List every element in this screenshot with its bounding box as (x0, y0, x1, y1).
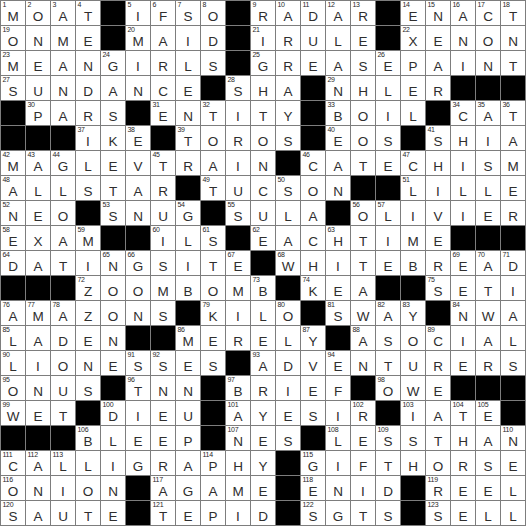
cell-r15c4[interactable]: N (76, 351, 100, 375)
cell-r21c4[interactable]: T (76, 501, 100, 525)
cell-r2c6[interactable]: 20M (126, 26, 150, 50)
cell-r21c16[interactable]: S (376, 501, 400, 525)
cell-r9c5[interactable]: 53S (101, 201, 125, 225)
cell-r4c11[interactable]: H (251, 76, 275, 100)
cell-r18c11[interactable]: E (251, 426, 275, 450)
cell-r9c7[interactable]: U (151, 201, 175, 225)
cell-r17c6[interactable]: I (126, 401, 150, 425)
cell-r3c7[interactable]: R (151, 51, 175, 75)
cell-r11c18[interactable]: R (426, 251, 450, 275)
cell-r7c13[interactable]: 46C (301, 151, 325, 175)
cell-r3c19[interactable]: I (451, 51, 475, 75)
cell-r2c13[interactable]: U (301, 26, 325, 50)
cell-r8c18[interactable]: I (426, 176, 450, 200)
cell-r18c5[interactable]: L (101, 426, 125, 450)
cell-r6c15[interactable]: O (351, 126, 375, 150)
cell-r18c16[interactable]: 109S (376, 426, 400, 450)
cell-r10c1[interactable]: 58E (1, 226, 25, 250)
cell-r11c5[interactable]: 65N (101, 251, 125, 275)
cell-r3c4[interactable]: N (76, 51, 100, 75)
cell-r20c19[interactable]: E (451, 476, 475, 500)
cell-r5c7[interactable]: 31E (151, 101, 175, 125)
cell-r15c3[interactable]: O (51, 351, 75, 375)
cell-r11c13[interactable]: H (301, 251, 325, 275)
cell-r20c21[interactable]: L (501, 476, 525, 500)
cell-r21c20[interactable]: L (476, 501, 500, 525)
cell-r8c21[interactable]: E (501, 176, 525, 200)
cell-r19c11[interactable]: Y (251, 451, 275, 475)
cell-r17c18[interactable]: A (426, 401, 450, 425)
cell-r15c21[interactable]: S (501, 351, 525, 375)
cell-r17c5[interactable]: 100D (101, 401, 125, 425)
cell-r17c1[interactable]: 99W (1, 401, 25, 425)
cell-r20c8[interactable]: G (176, 476, 200, 500)
cell-r19c15[interactable]: F (351, 451, 375, 475)
cell-r14c8[interactable]: 86M (176, 326, 200, 350)
cell-r13c7[interactable]: S (151, 301, 175, 325)
cell-r11c21[interactable]: 71D (501, 251, 525, 275)
cell-r9c6[interactable]: N (126, 201, 150, 225)
cell-r14c4[interactable]: E (76, 326, 100, 350)
cell-r7c11[interactable]: N (251, 151, 275, 175)
cell-r19c20[interactable]: S (476, 451, 500, 475)
cell-r7c9[interactable]: A (201, 151, 225, 175)
cell-r8c4[interactable]: S (76, 176, 100, 200)
cell-r17c10[interactable]: 101A (226, 401, 250, 425)
cell-r9c15[interactable]: 56O (351, 201, 375, 225)
cell-r13c21[interactable]: A (501, 301, 525, 325)
cell-r19c6[interactable]: G (126, 451, 150, 475)
cell-r4c18[interactable]: R (426, 76, 450, 100)
cell-r5c3[interactable]: A (51, 101, 75, 125)
cell-r11c3[interactable]: T (51, 251, 75, 275)
cell-r15c11[interactable]: 93A (251, 351, 275, 375)
cell-r11c1[interactable]: 64D (1, 251, 25, 275)
cell-r7c14[interactable]: A (326, 151, 350, 175)
cell-r21c3[interactable]: U (51, 501, 75, 525)
cell-r16c11[interactable]: R (251, 376, 275, 400)
cell-r6c11[interactable]: O (251, 126, 275, 150)
cell-r7c5[interactable]: E (101, 151, 125, 175)
cell-r9c19[interactable]: I (451, 201, 475, 225)
cell-r14c11[interactable]: E (251, 326, 275, 350)
cell-r10c16[interactable]: I (376, 226, 400, 250)
cell-r11c9[interactable]: T (201, 251, 225, 275)
cell-r7c6[interactable]: V (126, 151, 150, 175)
cell-r18c10[interactable]: 107N (226, 426, 250, 450)
cell-r13c20[interactable]: W (476, 301, 500, 325)
cell-r11c20[interactable]: 70A (476, 251, 500, 275)
cell-r3c18[interactable]: A (426, 51, 450, 75)
cell-r15c7[interactable]: 92S (151, 351, 175, 375)
cell-r15c6[interactable]: 91S (126, 351, 150, 375)
cell-r3c20[interactable]: N (476, 51, 500, 75)
cell-r21c21[interactable]: L (501, 501, 525, 525)
cell-r16c3[interactable]: U (51, 376, 75, 400)
cell-r6c18[interactable]: 41S (426, 126, 450, 150)
cell-r1c19[interactable]: 16A (451, 1, 475, 25)
cell-r15c17[interactable]: U (401, 351, 425, 375)
cell-r15c2[interactable]: I (26, 351, 50, 375)
cell-r10c14[interactable]: 63H (326, 226, 350, 250)
cell-r1c8[interactable]: 7S (176, 1, 200, 25)
cell-r11c2[interactable]: A (26, 251, 50, 275)
cell-r3c11[interactable]: 25G (251, 51, 275, 75)
cell-r5c10[interactable]: I (226, 101, 250, 125)
cell-r4c8[interactable]: E (176, 76, 200, 100)
cell-r19c16[interactable]: T (376, 451, 400, 475)
cell-r19c3[interactable]: 113L (51, 451, 75, 475)
cell-r17c7[interactable]: E (151, 401, 175, 425)
cell-r16c4[interactable]: S (76, 376, 100, 400)
cell-r21c9[interactable]: P (201, 501, 225, 525)
cell-r5c5[interactable]: S (101, 101, 125, 125)
cell-r17c12[interactable]: E (276, 401, 300, 425)
cell-r21c1[interactable]: 120S (1, 501, 25, 525)
cell-r9c3[interactable]: O (51, 201, 75, 225)
cell-r1c20[interactable]: 17C (476, 1, 500, 25)
cell-r4c16[interactable]: L (376, 76, 400, 100)
cell-r20c20[interactable]: E (476, 476, 500, 500)
cell-r17c15[interactable]: 102R (351, 401, 375, 425)
cell-r18c6[interactable]: E (126, 426, 150, 450)
cell-r16c7[interactable]: N (151, 376, 175, 400)
cell-r3c5[interactable]: 24G (101, 51, 125, 75)
cell-r1c15[interactable]: 13R (351, 1, 375, 25)
cell-r17c3[interactable]: T (51, 401, 75, 425)
cell-r14c5[interactable]: N (101, 326, 125, 350)
cell-r4c7[interactable]: C (151, 76, 175, 100)
cell-r5c21[interactable]: 36T (501, 101, 525, 125)
cell-r14c21[interactable]: L (501, 326, 525, 350)
cell-r14c15[interactable]: 88A (351, 326, 375, 350)
cell-r8c11[interactable]: C (251, 176, 275, 200)
cell-r8c14[interactable]: N (326, 176, 350, 200)
cell-r12c9[interactable]: O (201, 276, 225, 300)
cell-r12c13[interactable]: 74K (301, 276, 325, 300)
cell-r20c4[interactable]: O (76, 476, 100, 500)
cell-r11c8[interactable]: I (176, 251, 200, 275)
cell-r14c16[interactable]: S (376, 326, 400, 350)
cell-r8c12[interactable]: 50S (276, 176, 300, 200)
cell-r10c13[interactable]: C (301, 226, 325, 250)
cell-r1c7[interactable]: 6F (151, 1, 175, 25)
cell-r19c5[interactable]: I (101, 451, 125, 475)
cell-r12c5[interactable]: O (101, 276, 125, 300)
cell-r10c18[interactable]: E (426, 226, 450, 250)
cell-r5c8[interactable]: N (176, 101, 200, 125)
cell-r10c17[interactable]: M (401, 226, 425, 250)
cell-r3c8[interactable]: L (176, 51, 200, 75)
cell-r1c9[interactable]: 8O (201, 1, 225, 25)
cell-r13c2[interactable]: 77M (26, 301, 50, 325)
cell-r8c13[interactable]: O (301, 176, 325, 200)
cell-r2c15[interactable]: E (351, 26, 375, 50)
cell-r7c4[interactable]: L (76, 151, 100, 175)
cell-r21c13[interactable]: 122S (301, 501, 325, 525)
cell-r20c18[interactable]: 119R (426, 476, 450, 500)
cell-r3c16[interactable]: 26E (376, 51, 400, 75)
cell-r14c19[interactable]: I (451, 326, 475, 350)
cell-r15c12[interactable]: D (276, 351, 300, 375)
cell-r18c17[interactable]: S (401, 426, 425, 450)
cell-r2c20[interactable]: O (476, 26, 500, 50)
cell-r8c1[interactable]: 48A (1, 176, 25, 200)
cell-r3c6[interactable]: I (126, 51, 150, 75)
cell-r14c9[interactable]: E (201, 326, 225, 350)
cell-r7c15[interactable]: T (351, 151, 375, 175)
cell-r21c19[interactable]: E (451, 501, 475, 525)
cell-r11c6[interactable]: 66G (126, 251, 150, 275)
cell-r14c12[interactable]: L (276, 326, 300, 350)
cell-r7c17[interactable]: 47C (401, 151, 425, 175)
cell-r14c2[interactable]: A (26, 326, 50, 350)
cell-r5c16[interactable]: I (376, 101, 400, 125)
cell-r8c10[interactable]: U (226, 176, 250, 200)
cell-r20c15[interactable]: I (351, 476, 375, 500)
cell-r3c17[interactable]: P (401, 51, 425, 75)
cell-r11c17[interactable]: B (401, 251, 425, 275)
cell-r3c3[interactable]: A (51, 51, 75, 75)
cell-r18c21[interactable]: 110N (501, 426, 525, 450)
cell-r3c9[interactable]: S (201, 51, 225, 75)
cell-r8c17[interactable]: 51L (401, 176, 425, 200)
cell-r21c2[interactable]: A (26, 501, 50, 525)
cell-r9c1[interactable]: 52N (1, 201, 25, 225)
cell-r13c12[interactable]: 80O (276, 301, 300, 325)
cell-r2c12[interactable]: R (276, 26, 300, 50)
cell-r14c1[interactable]: 85L (1, 326, 25, 350)
cell-r16c1[interactable]: 95O (1, 376, 25, 400)
cell-r12c10[interactable]: M (226, 276, 250, 300)
cell-r16c12[interactable]: I (276, 376, 300, 400)
cell-r2c4[interactable]: E (76, 26, 100, 50)
cell-r5c20[interactable]: 35A (476, 101, 500, 125)
cell-r19c9[interactable]: 114P (201, 451, 225, 475)
cell-r13c9[interactable]: 79K (201, 301, 225, 325)
cell-r15c8[interactable]: E (176, 351, 200, 375)
cell-r2c14[interactable]: L (326, 26, 350, 50)
cell-r11c19[interactable]: 69E (451, 251, 475, 275)
cell-r2c19[interactable]: N (451, 26, 475, 50)
cell-r15c14[interactable]: 94E (326, 351, 350, 375)
cell-r9c11[interactable]: U (251, 201, 275, 225)
cell-r5c14[interactable]: 33B (326, 101, 350, 125)
cell-r7c1[interactable]: 42M (1, 151, 25, 175)
cell-r13c17[interactable]: 83Y (401, 301, 425, 325)
cell-r16c6[interactable]: 96T (126, 376, 150, 400)
cell-r17c14[interactable]: I (326, 401, 350, 425)
cell-r18c12[interactable]: S (276, 426, 300, 450)
cell-r20c2[interactable]: N (26, 476, 50, 500)
cell-r2c18[interactable]: E (426, 26, 450, 50)
cell-r21c18[interactable]: 123S (426, 501, 450, 525)
cell-r17c11[interactable]: Y (251, 401, 275, 425)
cell-r18c18[interactable]: T (426, 426, 450, 450)
cell-r20c9[interactable]: A (201, 476, 225, 500)
cell-r9c13[interactable]: A (301, 201, 325, 225)
cell-r5c19[interactable]: 34C (451, 101, 475, 125)
cell-r12c4[interactable]: 72Z (76, 276, 100, 300)
cell-r2c17[interactable]: 22X (401, 26, 425, 50)
cell-r3c2[interactable]: E (26, 51, 50, 75)
cell-r9c17[interactable]: I (401, 201, 425, 225)
cell-r1c21[interactable]: 18T (501, 1, 525, 25)
cell-r19c17[interactable]: H (401, 451, 425, 475)
cell-r1c14[interactable]: 12A (326, 1, 350, 25)
cell-r18c14[interactable]: 108L (326, 426, 350, 450)
cell-r15c1[interactable]: 90L (1, 351, 25, 375)
cell-r16c2[interactable]: N (26, 376, 50, 400)
cell-r4c4[interactable]: D (76, 76, 100, 100)
cell-r2c21[interactable]: N (501, 26, 525, 50)
cell-r19c4[interactable]: L (76, 451, 100, 475)
cell-r17c2[interactable]: E (26, 401, 50, 425)
cell-r8c3[interactable]: L (51, 176, 75, 200)
cell-r12c8[interactable]: B (176, 276, 200, 300)
cell-r4c12[interactable]: A (276, 76, 300, 100)
cell-r11c10[interactable]: 67E (226, 251, 250, 275)
cell-r1c17[interactable]: 14E (401, 1, 425, 25)
cell-r7c3[interactable]: 44G (51, 151, 75, 175)
cell-r6c9[interactable]: O (201, 126, 225, 150)
cell-r5c9[interactable]: 32T (201, 101, 225, 125)
cell-r21c14[interactable]: G (326, 501, 350, 525)
cell-r2c7[interactable]: A (151, 26, 175, 50)
cell-r1c2[interactable]: 2O (26, 1, 50, 25)
cell-r4c10[interactable]: 28S (226, 76, 250, 100)
cell-r20c11[interactable]: E (251, 476, 275, 500)
cell-r16c14[interactable]: F (326, 376, 350, 400)
cell-r21c10[interactable]: I (226, 501, 250, 525)
cell-r4c17[interactable]: E (401, 76, 425, 100)
cell-r12c19[interactable]: E (451, 276, 475, 300)
cell-r8c19[interactable]: L (451, 176, 475, 200)
cell-r16c10[interactable]: 97B (226, 376, 250, 400)
cell-r14c10[interactable]: R (226, 326, 250, 350)
cell-r15c9[interactable]: S (201, 351, 225, 375)
cell-r4c15[interactable]: H (351, 76, 375, 100)
cell-r12c15[interactable]: A (351, 276, 375, 300)
cell-r7c2[interactable]: 43A (26, 151, 50, 175)
cell-r10c15[interactable]: T (351, 226, 375, 250)
cell-r2c2[interactable]: N (26, 26, 50, 50)
cell-r14c18[interactable]: 89C (426, 326, 450, 350)
cell-r16c17[interactable]: W (401, 376, 425, 400)
cell-r7c20[interactable]: S (476, 151, 500, 175)
cell-r12c21[interactable]: I (501, 276, 525, 300)
cell-r5c11[interactable]: T (251, 101, 275, 125)
cell-r17c13[interactable]: S (301, 401, 325, 425)
cell-r14c13[interactable]: 87Y (301, 326, 325, 350)
cell-r12c18[interactable]: 75S (426, 276, 450, 300)
cell-r19c7[interactable]: R (151, 451, 175, 475)
cell-r6c14[interactable]: 40E (326, 126, 350, 150)
cell-r5c15[interactable]: O (351, 101, 375, 125)
cell-r9c20[interactable]: E (476, 201, 500, 225)
cell-r11c14[interactable]: I (326, 251, 350, 275)
cell-r20c7[interactable]: 117A (151, 476, 175, 500)
cell-r18c7[interactable]: E (151, 426, 175, 450)
cell-r15c19[interactable]: E (451, 351, 475, 375)
cell-r13c11[interactable]: L (251, 301, 275, 325)
cell-r21c7[interactable]: 121T (151, 501, 175, 525)
cell-r4c2[interactable]: U (26, 76, 50, 100)
cell-r4c14[interactable]: 29N (326, 76, 350, 100)
cell-r9c12[interactable]: L (276, 201, 300, 225)
cell-r20c16[interactable]: D (376, 476, 400, 500)
cell-r17c19[interactable]: 104T (451, 401, 475, 425)
cell-r19c14[interactable]: I (326, 451, 350, 475)
cell-r9c2[interactable]: E (26, 201, 50, 225)
cell-r2c8[interactable]: I (176, 26, 200, 50)
cell-r16c16[interactable]: 98O (376, 376, 400, 400)
cell-r18c19[interactable]: H (451, 426, 475, 450)
cell-r1c4[interactable]: 4T (76, 1, 100, 25)
cell-r13c19[interactable]: 84N (451, 301, 475, 325)
cell-r2c11[interactable]: 21I (251, 26, 275, 50)
cell-r10c3[interactable]: A (51, 226, 75, 250)
cell-r5c4[interactable]: R (76, 101, 100, 125)
cell-r19c8[interactable]: A (176, 451, 200, 475)
cell-r15c5[interactable]: E (101, 351, 125, 375)
cell-r13c1[interactable]: 76A (1, 301, 25, 325)
cell-r20c14[interactable]: N (326, 476, 350, 500)
cell-r12c20[interactable]: T (476, 276, 500, 300)
cell-r19c18[interactable]: O (426, 451, 450, 475)
cell-r4c5[interactable]: A (101, 76, 125, 100)
cell-r6c12[interactable]: S (276, 126, 300, 150)
cell-r13c4[interactable]: Z (76, 301, 100, 325)
cell-r19c21[interactable]: E (501, 451, 525, 475)
cell-r4c3[interactable]: N (51, 76, 75, 100)
cell-r2c3[interactable]: M (51, 26, 75, 50)
cell-r1c1[interactable]: 1M (1, 1, 25, 25)
cell-r9c21[interactable]: R (501, 201, 525, 225)
cell-r7c7[interactable]: 45T (151, 151, 175, 175)
cell-r3c13[interactable]: E (301, 51, 325, 75)
cell-r6c5[interactable]: K (101, 126, 125, 150)
cell-r6c6[interactable]: 38E (126, 126, 150, 150)
cell-r10c4[interactable]: 59M (76, 226, 100, 250)
cell-r10c7[interactable]: 60I (151, 226, 175, 250)
cell-r14c17[interactable]: O (401, 326, 425, 350)
cell-r1c3[interactable]: 3A (51, 1, 75, 25)
cell-r5c17[interactable]: L (401, 101, 425, 125)
cell-r16c13[interactable]: E (301, 376, 325, 400)
cell-r8c7[interactable]: R (151, 176, 175, 200)
cell-r15c18[interactable]: R (426, 351, 450, 375)
cell-r11c12[interactable]: 68W (276, 251, 300, 275)
cell-r18c4[interactable]: 106B (76, 426, 100, 450)
cell-r19c10[interactable]: H (226, 451, 250, 475)
cell-r19c19[interactable]: R (451, 451, 475, 475)
cell-r3c1[interactable]: 23M (1, 51, 25, 75)
cell-r3c15[interactable]: S (351, 51, 375, 75)
cell-r7c19[interactable]: I (451, 151, 475, 175)
cell-r12c6[interactable]: O (126, 276, 150, 300)
cell-r10c9[interactable]: 61S (201, 226, 225, 250)
cell-r10c11[interactable]: 62E (251, 226, 275, 250)
cell-r1c18[interactable]: 15N (426, 1, 450, 25)
cell-r4c1[interactable]: 27S (1, 76, 25, 100)
cell-r12c11[interactable]: 73B (251, 276, 275, 300)
cell-r5c12[interactable]: Y (276, 101, 300, 125)
cell-r14c20[interactable]: A (476, 326, 500, 350)
cell-r13c15[interactable]: W (351, 301, 375, 325)
cell-r18c20[interactable]: A (476, 426, 500, 450)
cell-r7c10[interactable]: I (226, 151, 250, 175)
